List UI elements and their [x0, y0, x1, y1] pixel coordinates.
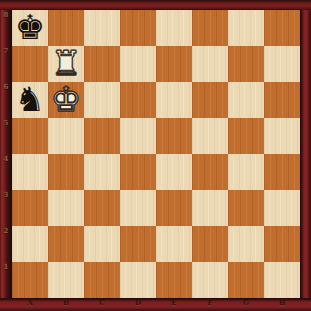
file-label-b: B — [48, 298, 84, 311]
square-d2[interactable] — [120, 226, 156, 262]
square-e7[interactable] — [156, 46, 192, 82]
square-b2[interactable] — [48, 226, 84, 262]
square-g6[interactable] — [228, 82, 264, 118]
square-a4[interactable] — [12, 154, 48, 190]
square-f8[interactable] — [192, 10, 228, 46]
square-e5[interactable] — [156, 118, 192, 154]
square-e3[interactable] — [156, 190, 192, 226]
black-knight-piece-a6[interactable]: ♞ — [15, 82, 45, 116]
square-a6[interactable]: ♞ — [12, 82, 48, 118]
square-b1[interactable] — [48, 262, 84, 298]
rank-label-1: 1 — [0, 262, 12, 298]
square-f6[interactable] — [192, 82, 228, 118]
square-h2[interactable] — [264, 226, 300, 262]
square-b3[interactable] — [48, 190, 84, 226]
square-h6[interactable] — [264, 82, 300, 118]
square-g1[interactable] — [228, 262, 264, 298]
file-label-a: A — [12, 298, 48, 311]
square-e4[interactable] — [156, 154, 192, 190]
file-label-f: F — [192, 298, 228, 311]
square-f4[interactable] — [192, 154, 228, 190]
square-a5[interactable] — [12, 118, 48, 154]
file-label-d: D — [120, 298, 156, 311]
square-e8[interactable] — [156, 10, 192, 46]
square-c1[interactable] — [84, 262, 120, 298]
square-g7[interactable] — [228, 46, 264, 82]
square-b5[interactable] — [48, 118, 84, 154]
square-g5[interactable] — [228, 118, 264, 154]
frame-edge-top — [0, 0, 311, 10]
white-king-piece-b6[interactable]: ♚ — [51, 82, 81, 116]
square-h1[interactable] — [264, 262, 300, 298]
rank-label-6: 6 — [0, 82, 12, 118]
file-labels: ABCDEFGH — [12, 298, 300, 311]
square-c8[interactable] — [84, 10, 120, 46]
square-c6[interactable] — [84, 82, 120, 118]
black-king-piece-a8[interactable]: ♚ — [15, 10, 45, 44]
square-f3[interactable] — [192, 190, 228, 226]
square-c2[interactable] — [84, 226, 120, 262]
square-g8[interactable] — [228, 10, 264, 46]
rank-labels: 87654321 — [0, 10, 12, 298]
square-e6[interactable] — [156, 82, 192, 118]
square-b7[interactable]: ♜ — [48, 46, 84, 82]
square-f5[interactable] — [192, 118, 228, 154]
square-d1[interactable] — [120, 262, 156, 298]
square-b8[interactable] — [48, 10, 84, 46]
square-f1[interactable] — [192, 262, 228, 298]
rank-label-2: 2 — [0, 226, 12, 262]
square-c7[interactable] — [84, 46, 120, 82]
square-a7[interactable] — [12, 46, 48, 82]
square-b4[interactable] — [48, 154, 84, 190]
file-label-g: G — [228, 298, 264, 311]
square-a8[interactable]: ♚ — [12, 10, 48, 46]
rank-label-3: 3 — [0, 190, 12, 226]
square-h3[interactable] — [264, 190, 300, 226]
square-g4[interactable] — [228, 154, 264, 190]
rank-label-4: 4 — [0, 154, 12, 190]
square-c4[interactable] — [84, 154, 120, 190]
square-f2[interactable] — [192, 226, 228, 262]
square-d4[interactable] — [120, 154, 156, 190]
rank-label-5: 5 — [0, 118, 12, 154]
square-h7[interactable] — [264, 46, 300, 82]
file-label-e: E — [156, 298, 192, 311]
file-label-c: C — [84, 298, 120, 311]
frame-edge-right — [300, 10, 311, 298]
square-c5[interactable] — [84, 118, 120, 154]
file-label-h: H — [264, 298, 300, 311]
square-d6[interactable] — [120, 82, 156, 118]
square-h5[interactable] — [264, 118, 300, 154]
square-d8[interactable] — [120, 10, 156, 46]
chess-board: ♚♜♞♚ — [12, 10, 300, 298]
square-d5[interactable] — [120, 118, 156, 154]
square-g2[interactable] — [228, 226, 264, 262]
chess-board-frame: 87654321 ♚♜♞♚ ABCDEFGH — [0, 0, 311, 311]
rank-label-7: 7 — [0, 46, 12, 82]
square-a3[interactable] — [12, 190, 48, 226]
square-d7[interactable] — [120, 46, 156, 82]
square-h8[interactable] — [264, 10, 300, 46]
square-f7[interactable] — [192, 46, 228, 82]
square-c3[interactable] — [84, 190, 120, 226]
white-rook-piece-b7[interactable]: ♜ — [51, 46, 81, 80]
square-h4[interactable] — [264, 154, 300, 190]
square-a1[interactable] — [12, 262, 48, 298]
square-e2[interactable] — [156, 226, 192, 262]
square-g3[interactable] — [228, 190, 264, 226]
square-d3[interactable] — [120, 190, 156, 226]
square-e1[interactable] — [156, 262, 192, 298]
rank-label-8: 8 — [0, 10, 12, 46]
square-b6[interactable]: ♚ — [48, 82, 84, 118]
square-a2[interactable] — [12, 226, 48, 262]
